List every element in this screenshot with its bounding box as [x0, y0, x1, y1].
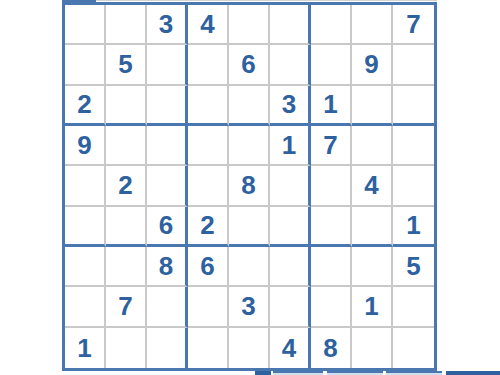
cell-r5c6[interactable] — [270, 166, 311, 206]
cell-r6c6[interactable] — [270, 207, 311, 247]
sudoku-board: 347569231917284621865731148 — [62, 2, 437, 371]
cell-r3c3[interactable] — [147, 86, 188, 126]
cell-r1c3-given[interactable]: 3 — [147, 5, 188, 45]
cell-r6c9-given[interactable]: 1 — [393, 207, 434, 247]
cell-r8c3[interactable] — [147, 287, 188, 327]
cell-r2c9[interactable] — [393, 45, 434, 85]
cell-r3c8[interactable] — [352, 86, 393, 126]
cell-r8c2-given[interactable]: 7 — [106, 287, 147, 327]
cell-r4c5[interactable] — [229, 126, 270, 166]
cell-r2c6[interactable] — [270, 45, 311, 85]
cell-r9c2[interactable] — [106, 328, 147, 368]
cell-r9c1-given[interactable]: 1 — [65, 328, 106, 368]
cell-r1c6[interactable] — [270, 5, 311, 45]
cell-r2c1[interactable] — [65, 45, 106, 85]
cell-r9c6-given[interactable]: 4 — [270, 328, 311, 368]
cell-r7c8[interactable] — [352, 247, 393, 287]
cell-r7c3-given[interactable]: 8 — [147, 247, 188, 287]
cell-r1c7[interactable] — [311, 5, 352, 45]
cell-r7c9-given[interactable]: 5 — [393, 247, 434, 287]
cropped-ui-fragment — [327, 371, 383, 375]
cell-r8c5-given[interactable]: 3 — [229, 287, 270, 327]
cell-r4c9[interactable] — [393, 126, 434, 166]
cell-r5c4[interactable] — [188, 166, 229, 206]
cell-r9c3[interactable] — [147, 328, 188, 368]
cell-r4c8[interactable] — [352, 126, 393, 166]
cell-r1c5[interactable] — [229, 5, 270, 45]
cropped-ui-fragment — [255, 371, 271, 375]
cell-r6c4-given[interactable]: 2 — [188, 207, 229, 247]
cell-r7c5[interactable] — [229, 247, 270, 287]
cell-r9c8[interactable] — [352, 328, 393, 368]
cell-r5c2-given[interactable]: 2 — [106, 166, 147, 206]
cell-r9c9[interactable] — [393, 328, 434, 368]
cell-r9c4[interactable] — [188, 328, 229, 368]
cell-r4c6-given[interactable]: 1 — [270, 126, 311, 166]
cell-r6c7[interactable] — [311, 207, 352, 247]
cell-r7c7[interactable] — [311, 247, 352, 287]
cell-r8c7[interactable] — [311, 287, 352, 327]
cell-r5c1[interactable] — [65, 166, 106, 206]
cell-r4c3[interactable] — [147, 126, 188, 166]
cell-r8c1[interactable] — [65, 287, 106, 327]
sudoku-page: 347569231917284621865731148 — [0, 0, 500, 375]
cell-r5c7[interactable] — [311, 166, 352, 206]
cell-r4c2[interactable] — [106, 126, 147, 166]
cell-r6c3-given[interactable]: 6 — [147, 207, 188, 247]
cell-r7c6[interactable] — [270, 247, 311, 287]
cell-r6c5[interactable] — [229, 207, 270, 247]
cell-r6c8[interactable] — [352, 207, 393, 247]
cell-r2c8-given[interactable]: 9 — [352, 45, 393, 85]
cell-r8c8-given[interactable]: 1 — [352, 287, 393, 327]
cell-r4c4[interactable] — [188, 126, 229, 166]
cell-r9c7-given[interactable]: 8 — [311, 328, 352, 368]
cell-r4c7-given[interactable]: 7 — [311, 126, 352, 166]
cropped-ui-fragment — [62, 0, 437, 1]
cell-r6c1[interactable] — [65, 207, 106, 247]
cropped-ui-fragment — [273, 371, 323, 375]
cell-r3c2[interactable] — [106, 86, 147, 126]
cell-r2c5-given[interactable]: 6 — [229, 45, 270, 85]
cell-r5c8-given[interactable]: 4 — [352, 166, 393, 206]
cell-r1c8[interactable] — [352, 5, 393, 45]
cell-r3c7-given[interactable]: 1 — [311, 86, 352, 126]
cell-r3c1-given[interactable]: 2 — [65, 86, 106, 126]
cell-r5c9[interactable] — [393, 166, 434, 206]
cell-r2c4[interactable] — [188, 45, 229, 85]
cell-r5c5-given[interactable]: 8 — [229, 166, 270, 206]
cell-r7c2[interactable] — [106, 247, 147, 287]
cell-r3c9[interactable] — [393, 86, 434, 126]
cell-r2c2-given[interactable]: 5 — [106, 45, 147, 85]
cell-r7c1[interactable] — [65, 247, 106, 287]
cell-r2c7[interactable] — [311, 45, 352, 85]
cropped-ui-fragment — [386, 371, 442, 375]
cell-r8c6[interactable] — [270, 287, 311, 327]
cell-r7c4-given[interactable]: 6 — [188, 247, 229, 287]
cell-r1c1[interactable] — [65, 5, 106, 45]
cell-r2c3[interactable] — [147, 45, 188, 85]
cell-r1c2[interactable] — [106, 5, 147, 45]
cell-r1c9-given[interactable]: 7 — [393, 5, 434, 45]
cell-r5c3[interactable] — [147, 166, 188, 206]
cell-r8c9[interactable] — [393, 287, 434, 327]
cell-r1c4-given[interactable]: 4 — [188, 5, 229, 45]
cropped-ui-fragment — [446, 371, 500, 375]
cell-r6c2[interactable] — [106, 207, 147, 247]
cell-r3c6-given[interactable]: 3 — [270, 86, 311, 126]
cell-r4c1-given[interactable]: 9 — [65, 126, 106, 166]
cell-r8c4[interactable] — [188, 287, 229, 327]
cell-r3c4[interactable] — [188, 86, 229, 126]
cell-r9c5[interactable] — [229, 328, 270, 368]
cell-r3c5[interactable] — [229, 86, 270, 126]
